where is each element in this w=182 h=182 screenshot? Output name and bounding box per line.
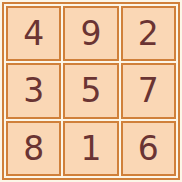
cell-r2c3: 7 [121, 63, 176, 118]
cell-r2c2: 5 [63, 63, 118, 118]
magic-square-board: 4 9 2 3 5 7 8 1 6 [2, 2, 180, 180]
cell-r2c1: 3 [6, 63, 61, 118]
cell-r1c2: 9 [63, 6, 118, 61]
cell-r3c1: 8 [6, 121, 61, 176]
cell-r3c3: 6 [121, 121, 176, 176]
cell-r1c1: 4 [6, 6, 61, 61]
cell-r1c3: 2 [121, 6, 176, 61]
cell-r3c2: 1 [63, 121, 118, 176]
